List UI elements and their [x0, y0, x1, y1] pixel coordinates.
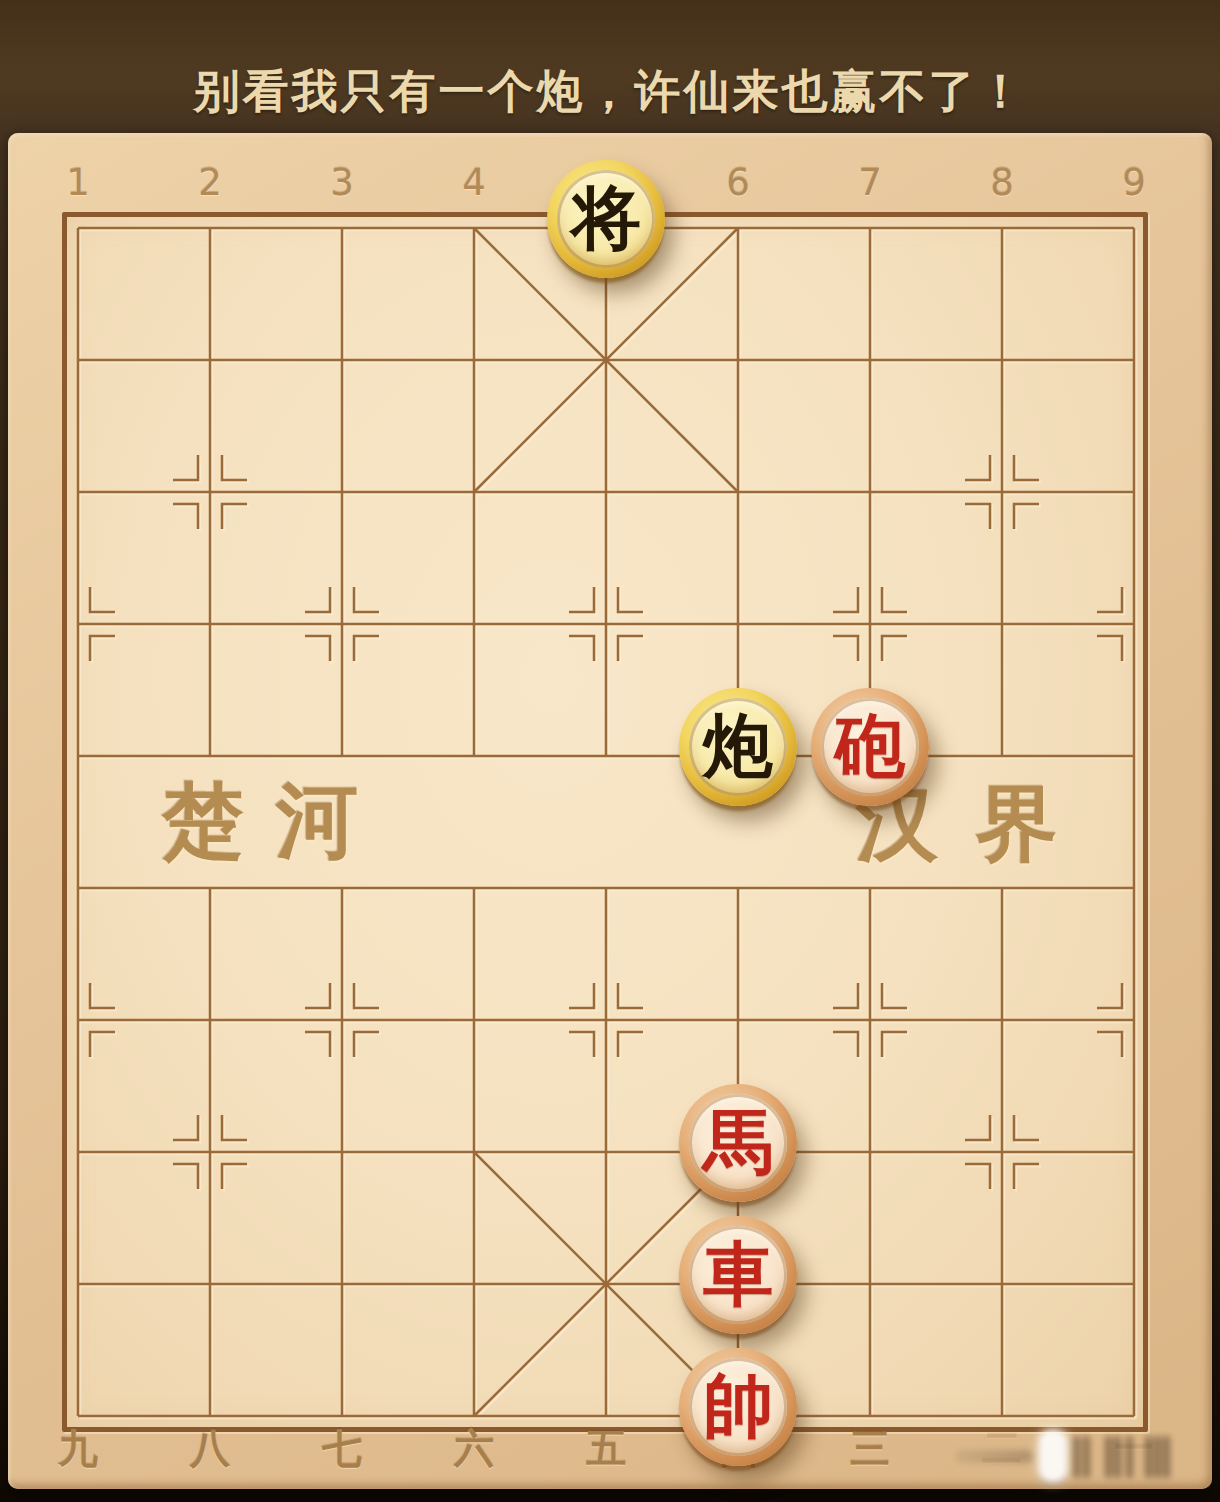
piece-glyph: 車 — [703, 1239, 773, 1312]
piece-red-general[interactable]: 帥 — [679, 1348, 797, 1466]
piece-black-general[interactable]: 将 — [547, 160, 665, 278]
piece-face: 砲 — [821, 698, 919, 796]
piece-red-horse[interactable]: 馬 — [679, 1084, 797, 1202]
piece-glyph: 砲 — [835, 711, 905, 784]
piece-red-chariot[interactable]: 車 — [679, 1216, 797, 1334]
page-title: 别看我只有一个炮，许仙来也赢不了！ — [0, 61, 1220, 123]
piece-red-cannon[interactable]: 砲 — [811, 688, 929, 806]
piece-face: 車 — [689, 1226, 787, 1324]
piece-face: 炮 — [689, 698, 787, 796]
piece-face: 馬 — [689, 1094, 787, 1192]
pieces-grid[interactable]: 将炮砲馬車帥 — [12, 162, 1200, 1482]
piece-face: 帥 — [689, 1358, 787, 1456]
piece-glyph: 将 — [571, 183, 641, 256]
piece-glyph: 馬 — [703, 1107, 773, 1180]
piece-black-cannon[interactable]: 炮 — [679, 688, 797, 806]
piece-face: 将 — [557, 170, 655, 268]
app-screen: 别看我只有一个炮，许仙来也赢不了！ 123456789 九八七六五四三二一 楚河… — [0, 0, 1220, 1502]
piece-glyph: 炮 — [703, 711, 773, 784]
piece-glyph: 帥 — [703, 1371, 773, 1444]
